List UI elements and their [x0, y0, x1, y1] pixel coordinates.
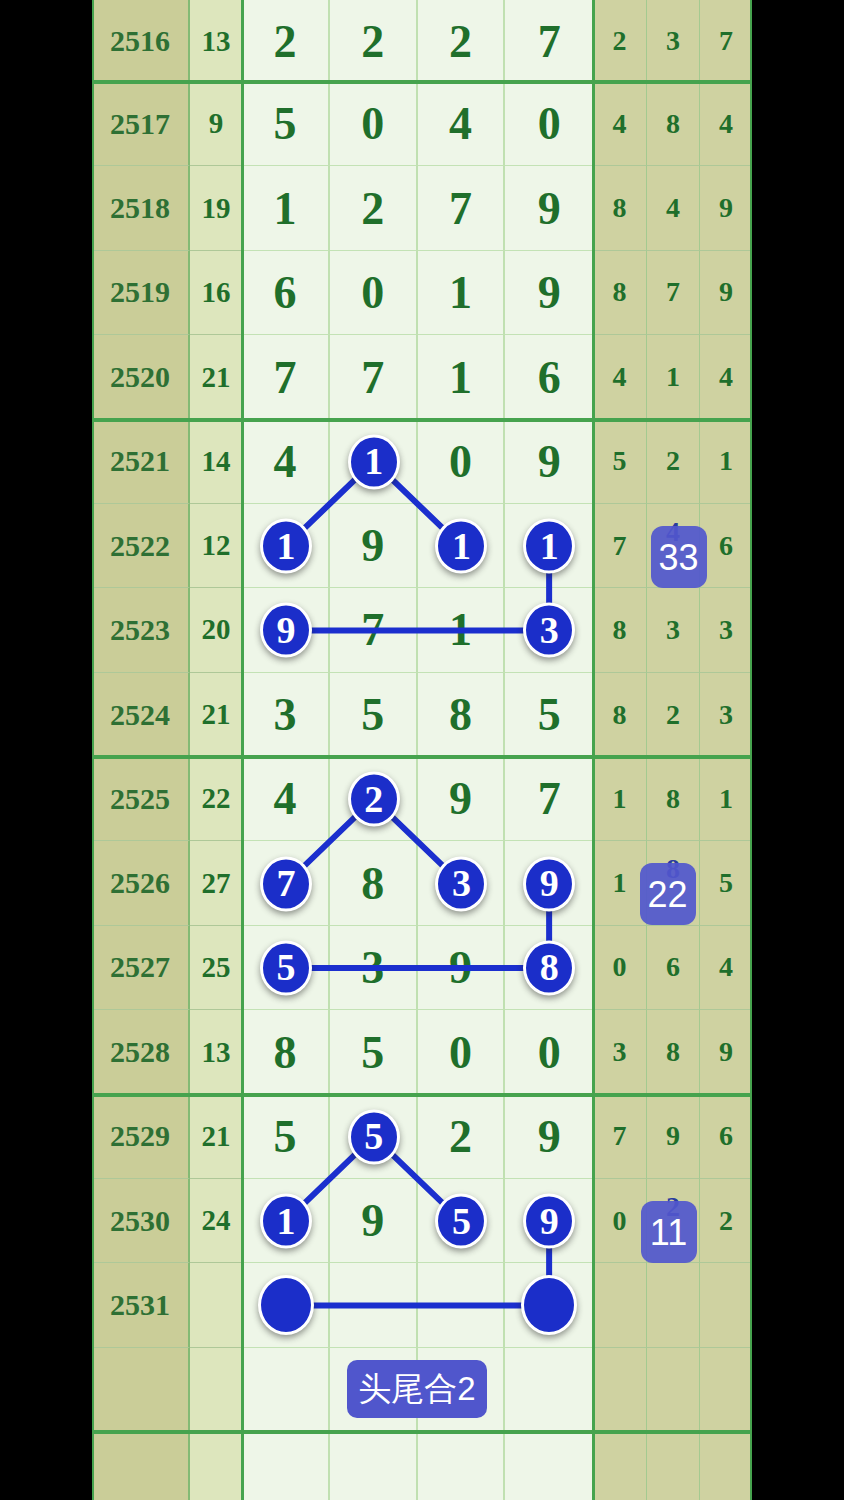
circled-digit: 1 [523, 519, 575, 574]
circled-digit: 2 [348, 772, 400, 827]
circled-digit: 9 [523, 1194, 575, 1249]
circled-digit: 1 [260, 519, 312, 574]
circled-digit: 1 [260, 1194, 312, 1249]
circled-digit: 1 [435, 519, 487, 574]
circled-digit: 3 [523, 603, 575, 658]
sum-badge: 11 [641, 1201, 697, 1263]
circled-digit: 8 [523, 940, 575, 995]
connection-lines [0, 0, 844, 1500]
circled-digit: 7 [260, 856, 312, 911]
sum-badge: 33 [651, 526, 707, 588]
circled-digit: 9 [260, 603, 312, 658]
circled-digit: 3 [435, 856, 487, 911]
trend-chart-page: 2516132227237251795040484251819127984925… [0, 0, 844, 1500]
prediction-dot [258, 1275, 314, 1335]
circled-digit: 5 [348, 1109, 400, 1164]
prediction-dot [521, 1275, 577, 1335]
circled-digit: 5 [435, 1194, 487, 1249]
head-tail-sum-label: 头尾合2 [347, 1360, 487, 1418]
sum-badge: 22 [640, 863, 696, 925]
circled-digit: 9 [523, 856, 575, 911]
circled-digit: 1 [348, 434, 400, 489]
circled-digit: 5 [260, 940, 312, 995]
